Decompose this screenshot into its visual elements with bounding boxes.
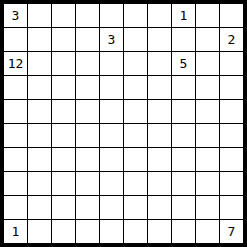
- cell-r6c9[interactable]: [220, 148, 243, 171]
- cell-r1c8[interactable]: [196, 28, 219, 51]
- cell-r8c1[interactable]: [28, 196, 51, 219]
- clue-number: 3: [108, 33, 116, 46]
- cell-r0c1[interactable]: [28, 4, 51, 27]
- cell-r4c6[interactable]: [148, 100, 171, 123]
- cell-r6c6[interactable]: [148, 148, 171, 171]
- cell-r0c6[interactable]: [148, 4, 171, 27]
- cell-r3c0[interactable]: [4, 76, 27, 99]
- cell-r1c7[interactable]: [172, 28, 195, 51]
- cell-r0c3[interactable]: [76, 4, 99, 27]
- cell-r5c3[interactable]: [76, 124, 99, 147]
- cell-r0c2[interactable]: [52, 4, 75, 27]
- cell-r7c6[interactable]: [148, 172, 171, 195]
- cell-r4c3[interactable]: [76, 100, 99, 123]
- cell-r8c5[interactable]: [124, 196, 147, 219]
- cell-r7c3[interactable]: [76, 172, 99, 195]
- cell-r6c8[interactable]: [196, 148, 219, 171]
- cell-r8c9[interactable]: [220, 196, 243, 219]
- cell-r3c9[interactable]: [220, 76, 243, 99]
- cell-r5c9[interactable]: [220, 124, 243, 147]
- cell-r8c0[interactable]: [4, 196, 27, 219]
- cell-r2c4[interactable]: [100, 52, 123, 75]
- cell-r2c5[interactable]: [124, 52, 147, 75]
- cell-r7c7[interactable]: [172, 172, 195, 195]
- clue-number: 5: [180, 57, 188, 70]
- cell-r9c7[interactable]: [172, 220, 195, 243]
- cell-r1c6[interactable]: [148, 28, 171, 51]
- clue-number: 1: [12, 225, 20, 238]
- cell-r2c8[interactable]: [196, 52, 219, 75]
- clue-number: 3: [12, 9, 20, 22]
- cell-r5c8[interactable]: [196, 124, 219, 147]
- cell-r8c8[interactable]: [196, 196, 219, 219]
- cell-r5c0[interactable]: [4, 124, 27, 147]
- cell-r5c5[interactable]: [124, 124, 147, 147]
- cell-r6c7[interactable]: [172, 148, 195, 171]
- cell-r8c2[interactable]: [52, 196, 75, 219]
- cell-r1c0[interactable]: [4, 28, 27, 51]
- cell-r4c4[interactable]: [100, 100, 123, 123]
- cell-r3c6[interactable]: [148, 76, 171, 99]
- cell-r8c7[interactable]: [172, 196, 195, 219]
- cell-r1c1[interactable]: [28, 28, 51, 51]
- cell-r9c4[interactable]: [100, 220, 123, 243]
- cell-r0c4[interactable]: [100, 4, 123, 27]
- cell-r1c2[interactable]: [52, 28, 75, 51]
- cell-r6c4[interactable]: [100, 148, 123, 171]
- cell-r2c9[interactable]: [220, 52, 243, 75]
- cell-r3c3[interactable]: [76, 76, 99, 99]
- cell-r9c0[interactable]: 1: [4, 220, 27, 243]
- cell-r1c9[interactable]: 2: [220, 28, 243, 51]
- cell-r9c5[interactable]: [124, 220, 147, 243]
- cell-r0c9[interactable]: [220, 4, 243, 27]
- cell-r7c5[interactable]: [124, 172, 147, 195]
- cell-r9c2[interactable]: [52, 220, 75, 243]
- cell-r6c3[interactable]: [76, 148, 99, 171]
- cell-r7c4[interactable]: [100, 172, 123, 195]
- cell-r3c1[interactable]: [28, 76, 51, 99]
- cell-r3c2[interactable]: [52, 76, 75, 99]
- cell-r4c7[interactable]: [172, 100, 195, 123]
- cell-r1c3[interactable]: [76, 28, 99, 51]
- cell-r1c4[interactable]: 3: [100, 28, 123, 51]
- clue-number: 2: [228, 33, 236, 46]
- cell-r7c9[interactable]: [220, 172, 243, 195]
- cell-r3c4[interactable]: [100, 76, 123, 99]
- cell-r0c0[interactable]: 3: [4, 4, 27, 27]
- cell-r7c2[interactable]: [52, 172, 75, 195]
- cell-r3c7[interactable]: [172, 76, 195, 99]
- cell-r8c3[interactable]: [76, 196, 99, 219]
- puzzle-grid: 313212517: [4, 4, 243, 243]
- cell-r4c2[interactable]: [52, 100, 75, 123]
- cell-r5c2[interactable]: [52, 124, 75, 147]
- cell-r2c3[interactable]: [76, 52, 99, 75]
- cell-r7c1[interactable]: [28, 172, 51, 195]
- puzzle-board: 313212517: [0, 0, 247, 247]
- cell-r6c0[interactable]: [4, 148, 27, 171]
- cell-r0c5[interactable]: [124, 4, 147, 27]
- cell-r9c9[interactable]: 7: [220, 220, 243, 243]
- cell-r4c1[interactable]: [28, 100, 51, 123]
- cell-r7c8[interactable]: [196, 172, 219, 195]
- cell-r5c4[interactable]: [100, 124, 123, 147]
- cell-r2c6[interactable]: [148, 52, 171, 75]
- cell-r8c6[interactable]: [148, 196, 171, 219]
- cell-r9c3[interactable]: [76, 220, 99, 243]
- cell-r6c2[interactable]: [52, 148, 75, 171]
- cell-r2c1[interactable]: [28, 52, 51, 75]
- cell-r7c0[interactable]: [4, 172, 27, 195]
- cell-r5c7[interactable]: [172, 124, 195, 147]
- cell-r4c8[interactable]: [196, 100, 219, 123]
- cell-r2c0[interactable]: 12: [4, 52, 27, 75]
- cell-r2c7[interactable]: 5: [172, 52, 195, 75]
- cell-r4c9[interactable]: [220, 100, 243, 123]
- cell-r9c8[interactable]: [196, 220, 219, 243]
- cell-r0c8[interactable]: [196, 4, 219, 27]
- cell-r8c4[interactable]: [100, 196, 123, 219]
- cell-r1c5[interactable]: [124, 28, 147, 51]
- cell-r4c0[interactable]: [4, 100, 27, 123]
- clue-number: 12: [8, 57, 24, 70]
- cell-r0c7[interactable]: 1: [172, 4, 195, 27]
- clue-number: 1: [180, 9, 188, 22]
- cell-r5c6[interactable]: [148, 124, 171, 147]
- cell-r5c1[interactable]: [28, 124, 51, 147]
- cell-r9c1[interactable]: [28, 220, 51, 243]
- clue-number: 7: [228, 225, 236, 238]
- cell-r2c2[interactable]: [52, 52, 75, 75]
- cell-r3c8[interactable]: [196, 76, 219, 99]
- cell-r9c6[interactable]: [148, 220, 171, 243]
- cell-r6c1[interactable]: [28, 148, 51, 171]
- cell-r4c5[interactable]: [124, 100, 147, 123]
- cell-r3c5[interactable]: [124, 76, 147, 99]
- cell-r6c5[interactable]: [124, 148, 147, 171]
